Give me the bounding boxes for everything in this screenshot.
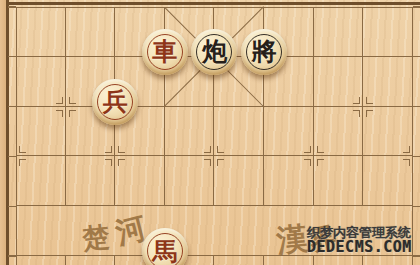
river-label-chu-1: 楚 — [81, 219, 112, 258]
river-label-han-1: 漢 — [274, 217, 309, 262]
board-cell — [66, 7, 116, 57]
rank-line-stub — [8, 255, 16, 256]
rank-line-stub — [413, 206, 420, 207]
rank-line-stub — [413, 6, 420, 7]
board-cell — [363, 7, 413, 57]
board-cell — [363, 256, 413, 265]
board-cell — [214, 256, 264, 265]
piece-black-general[interactable]: 將 — [241, 29, 287, 75]
rank-line-stub — [8, 106, 16, 107]
board-frame-top — [6, 2, 420, 5]
rank-line-stub — [413, 106, 420, 107]
rank-line-stub — [413, 156, 420, 157]
watermark-text-en: DEDECMS.COM — [307, 240, 412, 256]
watermark: 织梦内容管理系统 DEDECMS.COM — [307, 226, 412, 255]
piece-glyph: 炮 — [191, 29, 237, 75]
board-cell — [16, 256, 66, 265]
rank-line-stub — [413, 255, 420, 256]
rank-line-stub — [8, 206, 16, 207]
piece-glyph: 馬 — [142, 228, 188, 265]
piece-red-soldier[interactable]: 兵 — [92, 79, 138, 125]
board-cell — [314, 7, 364, 57]
rank-line-stub — [413, 56, 420, 57]
piece-red-chariot[interactable]: 車 — [142, 29, 188, 75]
piece-black-cannon[interactable]: 炮 — [191, 29, 237, 75]
rank-line-stub — [8, 6, 16, 7]
piece-red-horse[interactable]: 馬 — [142, 228, 188, 265]
piece-glyph: 兵 — [92, 79, 138, 125]
xiangqi-board[interactable]: 楚 河 漢 界 织梦内容管理系统 DEDECMS.COM 車炮將兵馬 — [0, 0, 420, 265]
board-frame-left — [6, 0, 9, 265]
board-cell — [66, 256, 116, 265]
board-cell — [16, 7, 66, 57]
piece-glyph: 將 — [241, 29, 287, 75]
rank-line-stub — [8, 156, 16, 157]
rank-line-stub — [8, 56, 16, 57]
piece-glyph: 車 — [142, 29, 188, 75]
